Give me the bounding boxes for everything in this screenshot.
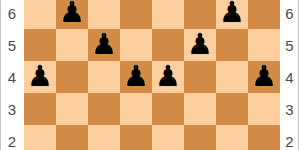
rank-label-5-left: 5	[0, 29, 24, 61]
square-f5: ♟	[184, 29, 216, 61]
square-g6: ♟	[216, 0, 248, 29]
square-h5	[248, 29, 280, 61]
square-h4: ♟	[248, 61, 280, 93]
square-a4: ♟	[24, 61, 56, 93]
square-f3	[184, 93, 216, 125]
square-c5: ♟	[88, 29, 120, 61]
square-d6	[120, 0, 152, 29]
square-e2	[152, 125, 184, 150]
square-e4: ♟	[152, 61, 184, 93]
black-pawn-g6: ♟	[219, 0, 245, 27]
black-pawn-e4: ♟	[155, 62, 181, 91]
square-d2	[120, 125, 152, 150]
right-edge-line	[298, 0, 299, 150]
square-e5	[152, 29, 184, 61]
rank-label-6-right: 6	[280, 0, 299, 29]
chess-diagram: 65432 ♟♟♟♟♟♟♟♟ 65432	[0, 0, 300, 150]
rank-labels-right: 65432	[280, 0, 299, 150]
rank-label-4-left: 4	[0, 61, 24, 93]
square-a3	[24, 93, 56, 125]
square-c2	[88, 125, 120, 150]
square-g4	[216, 61, 248, 93]
square-b6: ♟	[56, 0, 88, 29]
square-a6	[24, 0, 56, 29]
square-a2	[24, 125, 56, 150]
square-f6	[184, 0, 216, 29]
square-g3	[216, 93, 248, 125]
square-c6	[88, 0, 120, 29]
square-c3	[88, 93, 120, 125]
rank-label-3-left: 3	[0, 93, 24, 125]
rank-label-2-left: 2	[0, 125, 24, 150]
square-e3	[152, 93, 184, 125]
square-g5	[216, 29, 248, 61]
rank-labels-left: 65432	[0, 0, 24, 150]
square-b2	[56, 125, 88, 150]
black-pawn-f5: ♟	[187, 30, 213, 59]
rank-label-6-left: 6	[0, 0, 24, 29]
square-c4	[88, 61, 120, 93]
square-f4	[184, 61, 216, 93]
square-e6	[152, 0, 184, 29]
chess-board: ♟♟♟♟♟♟♟♟	[24, 0, 280, 150]
rank-label-5-right: 5	[280, 29, 299, 61]
black-pawn-d4: ♟	[123, 62, 149, 91]
black-pawn-a4: ♟	[27, 62, 53, 91]
square-h2	[248, 125, 280, 150]
square-h6	[248, 0, 280, 29]
square-b5	[56, 29, 88, 61]
square-d3	[120, 93, 152, 125]
black-pawn-b6: ♟	[59, 0, 85, 27]
black-pawn-h4: ♟	[251, 62, 277, 91]
square-g2	[216, 125, 248, 150]
black-pawn-c5: ♟	[91, 30, 117, 59]
square-d5	[120, 29, 152, 61]
rank-label-4-right: 4	[280, 61, 299, 93]
square-h3	[248, 93, 280, 125]
rank-label-3-right: 3	[280, 93, 299, 125]
rank-label-2-right: 2	[280, 125, 299, 150]
square-f2	[184, 125, 216, 150]
square-a5	[24, 29, 56, 61]
square-d4: ♟	[120, 61, 152, 93]
square-b3	[56, 93, 88, 125]
square-b4	[56, 61, 88, 93]
